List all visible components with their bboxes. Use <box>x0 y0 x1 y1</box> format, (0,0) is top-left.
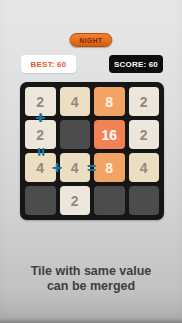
tutorial-caption-line2: can be merged <box>0 279 182 294</box>
best-score-badge: BEST: 60 <box>21 55 76 73</box>
tutorial-caption-line1: Tile with same value <box>0 264 182 279</box>
tile-r2c1: 2 <box>25 120 56 149</box>
night-mode-button[interactable]: NIGHT <box>69 33 112 47</box>
tile-r3c4: 4 <box>129 153 160 182</box>
tile-r4c4 <box>129 186 160 215</box>
tile-r4c3 <box>94 186 125 215</box>
tutorial-caption: Tile with same value can be merged <box>0 264 182 294</box>
tile-r4c1 <box>25 186 56 215</box>
game-board[interactable]: 2 4 8 2 2 16 2 4 4 8 4 2 + = + = <box>20 82 164 220</box>
tile-r3c2: 4 <box>60 153 91 182</box>
tile-r1c2: 4 <box>60 87 91 116</box>
tile-r3c3: 8 <box>94 153 125 182</box>
tile-r1c4: 2 <box>129 87 160 116</box>
tile-r3c1: 4 <box>25 153 56 182</box>
app-screen: NIGHT BEST: 60 SCORE: 60 2 4 8 2 2 16 2 … <box>0 0 182 323</box>
tile-r2c2 <box>60 120 91 149</box>
tile-r1c3: 8 <box>94 87 125 116</box>
tile-r4c2: 2 <box>60 186 91 215</box>
tile-r2c4: 2 <box>129 120 160 149</box>
tile-r2c3: 16 <box>94 120 125 149</box>
score-badge: SCORE: 60 <box>109 55 163 73</box>
tile-r1c1: 2 <box>25 87 56 116</box>
